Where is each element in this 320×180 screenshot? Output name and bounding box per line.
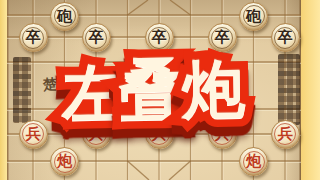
- title-char-3: 炮: [181, 46, 240, 133]
- left-yellow-strip: [0, 0, 7, 180]
- piece-glyph: 炮: [246, 154, 261, 169]
- piece-black-soldier[interactable]: 卒: [19, 23, 48, 52]
- piece-glyph: 砲: [57, 9, 72, 24]
- piece-glyph: 卒: [278, 30, 293, 45]
- piece-red-cannon[interactable]: 炮: [50, 147, 79, 176]
- river-edge-ornament-left: [13, 57, 31, 123]
- title-overlay: 左 叠 炮: [61, 42, 241, 136]
- piece-black-soldier[interactable]: 卒: [271, 23, 300, 52]
- river-label-chu: 楚: [42, 76, 57, 95]
- river-edge-ornament-right: [278, 54, 300, 125]
- piece-red-soldier[interactable]: 兵: [19, 120, 48, 149]
- piece-black-cannon[interactable]: 砲: [239, 2, 268, 31]
- piece-glyph: 卒: [89, 30, 104, 45]
- right-yellow-strip: [301, 0, 320, 180]
- piece-glyph: 兵: [26, 127, 41, 142]
- piece-glyph: 兵: [278, 127, 293, 142]
- piece-glyph: 砲: [246, 9, 261, 24]
- piece-black-cannon[interactable]: 砲: [50, 2, 79, 31]
- piece-glyph: 炮: [57, 154, 72, 169]
- piece-red-cannon[interactable]: 炮: [239, 147, 268, 176]
- thumbnail-stage: 楚 界 砲砲卒卒卒卒卒兵兵兵兵兵炮炮 左 叠 炮: [0, 0, 320, 180]
- piece-red-soldier[interactable]: 兵: [271, 120, 300, 149]
- title-char-2: 叠: [118, 44, 183, 136]
- title-char-1: 左: [61, 52, 119, 137]
- piece-glyph: 卒: [26, 30, 41, 45]
